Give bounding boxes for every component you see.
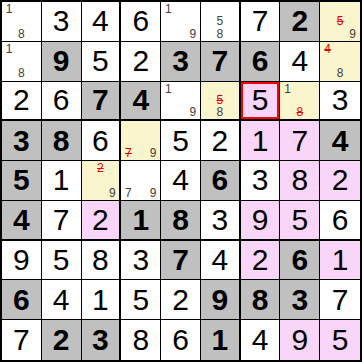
cell-r4c5[interactable]: 5 bbox=[161, 121, 201, 161]
cell-r5c3[interactable]: 29 bbox=[82, 161, 122, 201]
cell-value: 2 bbox=[252, 245, 269, 275]
cell-value: 9 bbox=[53, 46, 70, 76]
cell-value: 4 bbox=[132, 85, 149, 115]
cell-value: 5 bbox=[172, 126, 189, 156]
cell-r6c9[interactable]: 6 bbox=[320, 201, 360, 241]
pencil-marks: 58 bbox=[202, 3, 238, 40]
cell-r9c1[interactable]: 7 bbox=[2, 320, 42, 360]
cell-r3c5[interactable]: 19 bbox=[161, 82, 201, 122]
cell-r9c8[interactable]: 9 bbox=[280, 320, 320, 360]
cell-r5c4[interactable]: 79 bbox=[121, 161, 161, 201]
cell-value: 5 bbox=[92, 46, 109, 76]
cell-value: 2 bbox=[132, 46, 149, 76]
cell-value: 4 bbox=[53, 285, 70, 315]
cell-value: 8 bbox=[172, 205, 189, 235]
cell-value: 7 bbox=[332, 285, 349, 315]
cell-value: 6 bbox=[92, 126, 109, 156]
eliminated-candidate-8: 8 bbox=[294, 106, 306, 118]
pencil-marks: 19 bbox=[162, 3, 199, 40]
cell-r3c9[interactable]: 3 bbox=[320, 82, 360, 122]
cell-r1c3[interactable]: 4 bbox=[82, 2, 122, 42]
cell-r4c9[interactable]: 4 bbox=[320, 121, 360, 161]
cell-r6c7[interactable]: 9 bbox=[241, 201, 281, 241]
cell-r3c3[interactable]: 7 bbox=[82, 82, 122, 122]
cell-r1c8[interactable]: 2 bbox=[280, 2, 320, 42]
cell-value: 2 bbox=[332, 165, 349, 195]
cell-r1c5[interactable]: 19 bbox=[161, 2, 201, 42]
cell-r6c5[interactable]: 8 bbox=[161, 201, 201, 241]
cell-r3c8[interactable]: 18 bbox=[280, 82, 320, 122]
cell-value: 6 bbox=[291, 245, 308, 275]
cell-r1c2[interactable]: 3 bbox=[42, 2, 82, 42]
cell-value: 8 bbox=[252, 285, 269, 315]
cell-r1c4[interactable]: 6 bbox=[121, 2, 161, 42]
cell-value: 6 bbox=[13, 285, 30, 315]
cell-r1c1[interactable]: 18 bbox=[2, 2, 42, 42]
cell-r2c4[interactable]: 2 bbox=[121, 42, 161, 82]
cell-value: 4 bbox=[211, 245, 228, 275]
cell-r2c3[interactable]: 5 bbox=[82, 42, 122, 82]
pencil-marks: 18 bbox=[281, 83, 318, 119]
cell-r6c3[interactable]: 2 bbox=[82, 201, 122, 241]
cell-value: 5 bbox=[332, 325, 349, 355]
cell-r8c1[interactable]: 6 bbox=[2, 280, 42, 320]
cell-value: 6 bbox=[211, 165, 228, 195]
cell-r9c5[interactable]: 6 bbox=[161, 320, 201, 360]
pencil-marks: 29 bbox=[83, 162, 119, 199]
cell-r1c9[interactable]: 59 bbox=[320, 2, 360, 42]
cell-value: 5 bbox=[132, 285, 149, 315]
cell-value: 2 bbox=[211, 126, 228, 156]
cell-r1c7[interactable]: 7 bbox=[241, 2, 281, 42]
candidate-5: 5 bbox=[214, 15, 226, 27]
cell-r5c2[interactable]: 1 bbox=[42, 161, 82, 201]
pencil-marks: 59 bbox=[321, 3, 359, 40]
cell-value: 4 bbox=[291, 46, 308, 76]
cell-r5c6[interactable]: 6 bbox=[201, 161, 241, 201]
cell-r2c7[interactable]: 6 bbox=[241, 42, 281, 82]
cell-value: 2 bbox=[291, 6, 308, 36]
candidate-7: 7 bbox=[122, 187, 134, 199]
cell-value: 9 bbox=[13, 245, 30, 275]
cell-r2c5[interactable]: 3 bbox=[161, 42, 201, 82]
cell-r2c1[interactable]: 18 bbox=[2, 42, 42, 82]
cell-value: 1 bbox=[132, 205, 149, 235]
cell-r8c6[interactable]: 9 bbox=[201, 280, 241, 320]
candidate-1: 1 bbox=[162, 83, 174, 95]
cell-r8c2[interactable]: 4 bbox=[42, 280, 82, 320]
cell-value: 3 bbox=[332, 85, 349, 115]
cell-r5c8[interactable]: 8 bbox=[280, 161, 320, 201]
cell-value: 7 bbox=[291, 126, 308, 156]
cell-r3c6[interactable]: 58 bbox=[201, 82, 241, 122]
cell-value: 7 bbox=[211, 46, 228, 76]
cell-value: 7 bbox=[53, 205, 70, 235]
cell-r8c7[interactable]: 8 bbox=[241, 280, 281, 320]
cell-r4c4[interactable]: 79 bbox=[121, 121, 161, 161]
sudoku-board: 1834619587259189523764482674195851833867… bbox=[0, 0, 362, 362]
cell-r9c2[interactable]: 2 bbox=[42, 320, 82, 360]
candidate-1: 1 bbox=[162, 3, 174, 15]
cell-r6c6[interactable]: 3 bbox=[201, 201, 241, 241]
cell-r2c9[interactable]: 48 bbox=[320, 42, 360, 82]
cell-value: 4 bbox=[92, 6, 109, 36]
cell-r7c2[interactable]: 5 bbox=[42, 241, 82, 281]
cell-r5c7[interactable]: 3 bbox=[241, 161, 281, 201]
candidate-9: 9 bbox=[187, 106, 199, 118]
candidate-1: 1 bbox=[281, 83, 293, 95]
cell-r2c2[interactable]: 9 bbox=[42, 42, 82, 82]
cell-value: 3 bbox=[252, 165, 269, 195]
pencil-marks: 19 bbox=[162, 83, 199, 119]
cell-value: 7 bbox=[172, 245, 189, 275]
cell-value: 1 bbox=[211, 325, 228, 355]
candidate-9: 9 bbox=[106, 187, 118, 199]
cell-value: 1 bbox=[53, 165, 70, 195]
cell-r3c4[interactable]: 4 bbox=[121, 82, 161, 122]
cell-value: 9 bbox=[211, 285, 228, 315]
cell-r9c9[interactable]: 5 bbox=[320, 320, 360, 360]
cell-value: 4 bbox=[13, 205, 30, 235]
cell-r3c2[interactable]: 6 bbox=[42, 82, 82, 122]
cell-value: 6 bbox=[53, 85, 70, 115]
cell-r7c3[interactable]: 8 bbox=[82, 241, 122, 281]
cell-r9c4[interactable]: 8 bbox=[121, 320, 161, 360]
cell-value: 6 bbox=[332, 205, 349, 235]
cell-value: 5 bbox=[53, 245, 70, 275]
cell-value: 1 bbox=[332, 245, 349, 275]
candidate-1: 1 bbox=[3, 3, 15, 15]
cell-value: 7 bbox=[252, 6, 269, 36]
cell-value: 3 bbox=[132, 245, 149, 275]
pencil-marks: 58 bbox=[202, 83, 238, 119]
candidate-1: 1 bbox=[3, 43, 15, 55]
cell-r3c1[interactable]: 2 bbox=[2, 82, 42, 122]
cell-r7c1[interactable]: 9 bbox=[2, 241, 42, 281]
cell-r7c6[interactable]: 4 bbox=[201, 241, 241, 281]
cell-r8c8[interactable]: 3 bbox=[280, 280, 320, 320]
cell-value: 8 bbox=[132, 325, 149, 355]
cell-value: 5 bbox=[252, 85, 269, 115]
cell-value: 2 bbox=[53, 325, 70, 355]
cell-value: 7 bbox=[13, 325, 30, 355]
cell-value: 5 bbox=[13, 165, 30, 195]
cell-value: 6 bbox=[252, 46, 269, 76]
cell-r6c4[interactable]: 1 bbox=[121, 201, 161, 241]
cell-r4c8[interactable]: 7 bbox=[280, 121, 320, 161]
cell-r9c7[interactable]: 4 bbox=[241, 320, 281, 360]
cell-value: 6 bbox=[132, 6, 149, 36]
cell-value: 2 bbox=[172, 285, 189, 315]
cell-r2c6[interactable]: 7 bbox=[201, 42, 241, 82]
cell-value: 3 bbox=[92, 325, 109, 355]
cell-r2c8[interactable]: 4 bbox=[280, 42, 320, 82]
cell-value: 3 bbox=[211, 205, 228, 235]
cell-value: 4 bbox=[332, 126, 349, 156]
cell-value: 5 bbox=[291, 205, 308, 235]
cell-r4c3[interactable]: 6 bbox=[82, 121, 122, 161]
cell-value: 3 bbox=[172, 46, 189, 76]
cell-r5c9[interactable]: 2 bbox=[320, 161, 360, 201]
candidate-8: 8 bbox=[214, 28, 226, 40]
pencil-marks: 79 bbox=[122, 162, 159, 199]
cell-r9c3[interactable]: 3 bbox=[82, 320, 122, 360]
candidate-8: 8 bbox=[334, 67, 347, 79]
cell-r8c3[interactable]: 1 bbox=[82, 280, 122, 320]
cell-r8c9[interactable]: 7 bbox=[320, 280, 360, 320]
cell-r5c1[interactable]: 5 bbox=[2, 161, 42, 201]
candidate-9: 9 bbox=[187, 28, 199, 40]
cell-value: 8 bbox=[92, 245, 109, 275]
cell-value: 3 bbox=[291, 285, 308, 315]
pencil-marks: 79 bbox=[122, 122, 159, 159]
cell-value: 2 bbox=[92, 205, 109, 235]
cell-r6c2[interactable]: 7 bbox=[42, 201, 82, 241]
cell-r7c8[interactable]: 6 bbox=[280, 241, 320, 281]
cell-r9c6[interactable]: 1 bbox=[201, 320, 241, 360]
cell-r8c5[interactable]: 2 bbox=[161, 280, 201, 320]
cell-r3c7[interactable]: 5 bbox=[241, 82, 281, 122]
candidate-8: 8 bbox=[15, 28, 27, 40]
cell-r7c4[interactable]: 3 bbox=[121, 241, 161, 281]
cell-value: 3 bbox=[53, 6, 70, 36]
candidate-9: 9 bbox=[346, 28, 359, 40]
cell-r8c4[interactable]: 5 bbox=[121, 280, 161, 320]
cell-r4c1[interactable]: 3 bbox=[2, 121, 42, 161]
cell-r7c5[interactable]: 7 bbox=[161, 241, 201, 281]
cell-value: 8 bbox=[53, 126, 70, 156]
cell-value: 2 bbox=[13, 85, 30, 115]
eliminated-candidate-4: 4 bbox=[321, 43, 334, 55]
cell-value: 4 bbox=[172, 165, 189, 195]
candidate-8: 8 bbox=[214, 106, 226, 118]
cell-r6c8[interactable]: 5 bbox=[280, 201, 320, 241]
cell-r7c7[interactable]: 2 bbox=[241, 241, 281, 281]
cell-r1c6[interactable]: 58 bbox=[201, 2, 241, 42]
cell-value: 4 bbox=[252, 325, 269, 355]
cell-value: 6 bbox=[172, 325, 189, 355]
cell-value: 1 bbox=[252, 126, 269, 156]
cell-r5c5[interactable]: 4 bbox=[161, 161, 201, 201]
eliminated-candidate-5: 5 bbox=[334, 15, 347, 27]
cell-value: 8 bbox=[291, 165, 308, 195]
eliminated-candidate-7: 7 bbox=[122, 147, 134, 159]
cell-value: 9 bbox=[252, 205, 269, 235]
cell-value: 1 bbox=[92, 285, 109, 315]
cell-value: 3 bbox=[13, 126, 30, 156]
cell-r4c7[interactable]: 1 bbox=[241, 121, 281, 161]
pencil-marks: 18 bbox=[3, 43, 40, 80]
pencil-marks: 48 bbox=[321, 43, 359, 80]
cell-value: 7 bbox=[92, 85, 109, 115]
eliminated-candidate-2: 2 bbox=[94, 162, 106, 174]
candidate-9: 9 bbox=[147, 187, 159, 199]
candidate-9: 9 bbox=[147, 147, 159, 159]
cell-r4c2[interactable]: 8 bbox=[42, 121, 82, 161]
cell-r7c9[interactable]: 1 bbox=[320, 241, 360, 281]
cell-r6c1[interactable]: 4 bbox=[2, 201, 42, 241]
pencil-marks: 18 bbox=[3, 3, 40, 40]
cell-value: 9 bbox=[291, 325, 308, 355]
cell-r4c6[interactable]: 2 bbox=[201, 121, 241, 161]
candidate-8: 8 bbox=[15, 67, 27, 79]
